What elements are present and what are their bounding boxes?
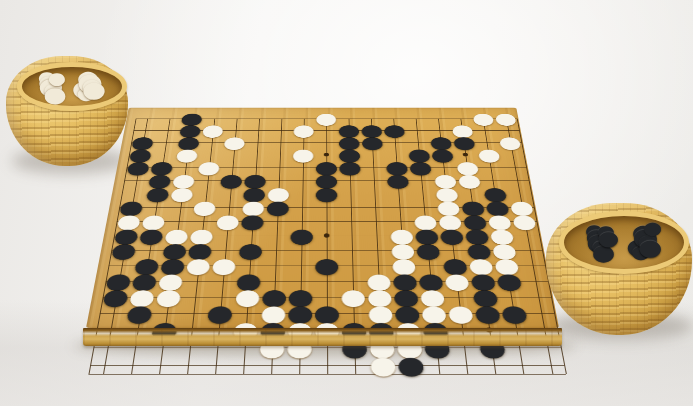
- star-point: [324, 153, 329, 157]
- intersection-r9-c11[interactable]: [339, 214, 364, 228]
- intersection-r1-c10[interactable]: ●: [315, 113, 338, 125]
- black-stone: ●: [101, 286, 131, 308]
- intersection-r2-c3[interactable]: [155, 124, 179, 136]
- white-stone: ●: [184, 255, 212, 276]
- intersection-r11-c18[interactable]: [516, 243, 544, 258]
- black-stone: ●: [237, 240, 264, 260]
- intersection-r11-c14[interactable]: ●: [415, 243, 442, 258]
- star-point: [324, 233, 330, 237]
- white-stone: ●: [340, 286, 367, 308]
- intersection-r5-c5[interactable]: ●: [196, 161, 221, 174]
- intersection-r6-c13[interactable]: ●: [386, 174, 411, 187]
- intersection-r2-c5[interactable]: ●: [201, 124, 225, 136]
- intersection-r10-c11[interactable]: [339, 228, 364, 243]
- intersection-r18-c5[interactable]: [173, 356, 203, 374]
- black-stone: ●: [144, 185, 171, 203]
- intersection-r6-c6[interactable]: ●: [219, 174, 244, 187]
- intersection-r18-c15[interactable]: [452, 356, 482, 374]
- intersection-r11-c7[interactable]: ●: [238, 243, 264, 258]
- intersection-r13-c18[interactable]: [521, 273, 550, 289]
- white-stone: ●: [222, 134, 246, 150]
- white-stone: ●: [315, 111, 338, 127]
- intersection-r15-c6[interactable]: ●: [206, 305, 234, 322]
- black-stone: ●: [415, 240, 442, 260]
- intersection-r3-c3[interactable]: [153, 136, 178, 148]
- intersection-r7-c11[interactable]: [338, 187, 362, 200]
- intersection-r1-c17[interactable]: ●: [471, 113, 495, 125]
- intersection-r18-c13[interactable]: ●: [396, 356, 425, 374]
- intersection-r6-c12[interactable]: [362, 174, 386, 187]
- intersection-r18-c12[interactable]: ●: [369, 356, 398, 374]
- intersection-r7-c12[interactable]: [362, 187, 387, 200]
- intersection-r7-c4[interactable]: ●: [169, 187, 195, 200]
- black-stone: ●: [360, 134, 384, 150]
- intersection-r10-c3[interactable]: ●: [138, 228, 165, 243]
- intersection-r6-c9[interactable]: [291, 174, 315, 187]
- intersection-r9-c12[interactable]: [363, 214, 388, 228]
- intersection-r2-c8[interactable]: [269, 124, 292, 136]
- intersection-r15-c16[interactable]: ●: [473, 305, 502, 322]
- intersection-r10-c9[interactable]: ●: [289, 228, 314, 243]
- intersection-r9-c18[interactable]: ●: [511, 214, 538, 228]
- intersection-r3-c16[interactable]: ●: [452, 136, 477, 148]
- intersection-r2-c7[interactable]: [246, 124, 269, 136]
- white-stone: ●: [510, 212, 538, 231]
- intersection-r18-c4[interactable]: [145, 356, 175, 374]
- intersection-r1-c8[interactable]: [270, 113, 293, 125]
- white-stone: ●: [456, 171, 482, 189]
- intersection-r5-c14[interactable]: ●: [408, 161, 433, 174]
- intersection-r3-c10[interactable]: [315, 136, 338, 148]
- intersection-r5-c18[interactable]: [502, 161, 528, 174]
- intersection-r5-c12[interactable]: [361, 161, 385, 174]
- black-stone: ●: [314, 185, 338, 203]
- intersection-r4-c15[interactable]: ●: [430, 148, 455, 161]
- white-stone: ●: [154, 286, 183, 308]
- black-stone: ●: [499, 302, 529, 324]
- intersection-r12-c11[interactable]: [340, 258, 366, 273]
- intersection-r13-c15[interactable]: ●: [443, 273, 471, 289]
- intersection-r1-c18[interactable]: ●: [493, 113, 518, 125]
- intersection-r8-c11[interactable]: [339, 200, 364, 214]
- intersection-r4-c17[interactable]: ●: [476, 148, 501, 161]
- bowl-stone-black: ●: [638, 236, 662, 258]
- intersection-r10-c12[interactable]: [364, 228, 390, 243]
- black-stone: ●: [383, 122, 407, 138]
- intersection-r9-c6[interactable]: ●: [215, 214, 241, 228]
- intersection-r1-c6[interactable]: [225, 113, 248, 125]
- intersection-r18-c7[interactable]: [229, 356, 258, 374]
- black-stone: ●: [289, 226, 314, 246]
- intersection-r3-c12[interactable]: ●: [361, 136, 385, 148]
- bowl-stone-white: ●: [82, 79, 106, 101]
- black-stone-bowl-opening: ●●●●●●●●●●●●●●: [559, 211, 689, 274]
- intersection-r5-c11[interactable]: ●: [338, 161, 362, 174]
- board-front-edge: [83, 328, 562, 346]
- white-stone: ●: [291, 146, 315, 163]
- bowl-stone-black: ●: [643, 219, 662, 237]
- bowl-stone-black: ●: [597, 228, 619, 248]
- white-stone: ●: [169, 185, 195, 203]
- black-stone: ●: [109, 240, 138, 260]
- intersection-r7-c3[interactable]: ●: [145, 187, 171, 200]
- white-stone: ●: [210, 255, 237, 276]
- intersection-r3-c7[interactable]: [246, 136, 270, 148]
- intersection-r8-c12[interactable]: [363, 200, 388, 214]
- white-stone: ●: [497, 134, 523, 150]
- intersection-r4-c7[interactable]: [245, 148, 269, 161]
- white-stone-bowl-opening: ●●●●●●●●●●●●: [17, 62, 127, 112]
- intersection-r11-c2[interactable]: ●: [110, 243, 138, 258]
- intersection-r15-c3[interactable]: ●: [125, 305, 154, 322]
- white-stone: ●: [446, 302, 475, 324]
- intersection-r15-c17[interactable]: ●: [500, 305, 529, 322]
- intersection-r18-c3[interactable]: [117, 356, 148, 374]
- bowl-stone-white: ●: [48, 70, 66, 87]
- white-stone: ●: [443, 270, 471, 291]
- intersection-r3-c18[interactable]: ●: [497, 136, 522, 148]
- intersection-r18-c2[interactable]: [88, 356, 119, 374]
- white-stone: ●: [201, 122, 225, 138]
- intersection-r2-c13[interactable]: ●: [383, 124, 407, 136]
- black-stone: ●: [396, 353, 426, 377]
- white-stone: ●: [191, 198, 217, 217]
- intersection-r9-c7[interactable]: ●: [240, 214, 266, 228]
- intersection-r2-c9[interactable]: ●: [292, 124, 315, 136]
- intersection-r11-c12[interactable]: [364, 243, 390, 258]
- black-stone: ●: [314, 255, 340, 276]
- intersection-r14-c7[interactable]: ●: [234, 289, 261, 305]
- intersection-r1-c3[interactable]: [157, 113, 181, 125]
- board-grid: ●●●●●●●●●●●●●●●●●●●●●●●●●●●●●●●●●●●●●●●●…: [98, 113, 546, 321]
- intersection-r1-c2[interactable]: [135, 113, 159, 125]
- intersection-r3-c8[interactable]: [269, 136, 292, 148]
- intersection-r8-c9[interactable]: [290, 200, 315, 214]
- white-stone: ●: [471, 111, 496, 127]
- black-stone: ●: [430, 146, 455, 163]
- intersection-r4-c8[interactable]: [268, 148, 292, 161]
- photo-scene: ●●●●●●●●●●●●●●●●●●●●●●●●●●●●●●●●●●●●●●●●…: [0, 0, 693, 406]
- intersection-r5-c2[interactable]: ●: [126, 161, 152, 174]
- intersection-r14-c18[interactable]: [523, 289, 552, 305]
- intersection-r1-c7[interactable]: [247, 113, 270, 125]
- white-stone: ●: [369, 353, 398, 377]
- intersection-r6-c18[interactable]: [504, 174, 530, 187]
- go-board: ●●●●●●●●●●●●●●●●●●●●●●●●●●●●●●●●●●●●●●●●…: [86, 0, 559, 328]
- intersection-r6-c16[interactable]: ●: [456, 174, 482, 187]
- intersection-r11-c8[interactable]: [263, 243, 289, 258]
- intersection-r9-c10[interactable]: [314, 214, 339, 228]
- white-stone: ●: [215, 212, 241, 231]
- intersection-r4-c9[interactable]: ●: [291, 148, 314, 161]
- black-stone: ●: [125, 159, 152, 176]
- black-stone: ●: [125, 302, 155, 324]
- intersection-r2-c14[interactable]: [405, 124, 429, 136]
- intersection-r7-c9[interactable]: [290, 187, 314, 200]
- black-stone: ●: [385, 171, 410, 189]
- intersection-r7-c10[interactable]: ●: [314, 187, 338, 200]
- intersection-r13-c17[interactable]: ●: [495, 273, 524, 289]
- intersection-r8-c8[interactable]: ●: [265, 200, 290, 214]
- white-stone: ●: [196, 159, 221, 176]
- intersection-r1-c14[interactable]: [404, 113, 427, 125]
- intersection-r15-c5[interactable]: [179, 305, 208, 322]
- black-stone: ●: [137, 226, 165, 246]
- white-stone: ●: [476, 146, 502, 163]
- black-stone: ●: [473, 302, 503, 324]
- intersection-r12-c5[interactable]: ●: [185, 258, 212, 273]
- black-stone: ●: [408, 159, 433, 176]
- intersection-r3-c6[interactable]: ●: [223, 136, 247, 148]
- intersection-r15-c18[interactable]: [526, 305, 556, 322]
- white-stone: ●: [174, 146, 199, 163]
- white-stone: ●: [234, 286, 262, 308]
- intersection-r14-c4[interactable]: ●: [154, 289, 182, 305]
- intersection-r18-c18[interactable]: [535, 356, 566, 374]
- intersection-r8-c13[interactable]: [387, 200, 412, 214]
- black-stone: ●: [265, 198, 290, 217]
- intersection-r12-c6[interactable]: ●: [211, 258, 238, 273]
- intersection-r12-c10[interactable]: ●: [314, 258, 340, 273]
- intersection-r10-c8[interactable]: [264, 228, 290, 243]
- black-stone: ●: [452, 134, 477, 150]
- black-stone: ●: [219, 171, 244, 189]
- intersection-r5-c8[interactable]: [267, 161, 291, 174]
- black-stone: ●: [338, 159, 362, 176]
- intersection-r11-c11[interactable]: [339, 243, 365, 258]
- black-stone: ●: [494, 270, 523, 291]
- intersection-r1-c15[interactable]: [427, 113, 451, 125]
- intersection-r10-c10[interactable]: [314, 228, 339, 243]
- black-stone: ●: [239, 212, 265, 231]
- star-point: [463, 153, 469, 157]
- intersection-r18-c17[interactable]: [507, 356, 538, 374]
- intersection-r14-c5[interactable]: [181, 289, 209, 305]
- intersection-r12-c9[interactable]: [288, 258, 314, 273]
- intersection-r4-c4[interactable]: ●: [175, 148, 200, 161]
- intersection-r12-c18[interactable]: [518, 258, 546, 273]
- intersection-r14-c11[interactable]: ●: [340, 289, 367, 305]
- board-surface: ●●●●●●●●●●●●●●●●●●●●●●●●●●●●●●●●●●●●●●●●…: [86, 108, 559, 328]
- intersection-r18-c10[interactable]: [313, 356, 341, 374]
- black-stone: ●: [206, 302, 235, 324]
- intersection-r18-c6[interactable]: [201, 356, 230, 374]
- white-stone: ●: [493, 111, 518, 127]
- white-stone: ●: [292, 122, 315, 138]
- black-stone: ●: [438, 226, 465, 246]
- intersection-r8-c5[interactable]: ●: [192, 200, 218, 214]
- intersection-r12-c8[interactable]: [262, 258, 288, 273]
- intersection-r7-c14[interactable]: [410, 187, 435, 200]
- intersection-r14-c2[interactable]: ●: [101, 289, 130, 305]
- intersection-r10-c15[interactable]: ●: [438, 228, 465, 243]
- intersection-r15-c15[interactable]: ●: [446, 305, 475, 322]
